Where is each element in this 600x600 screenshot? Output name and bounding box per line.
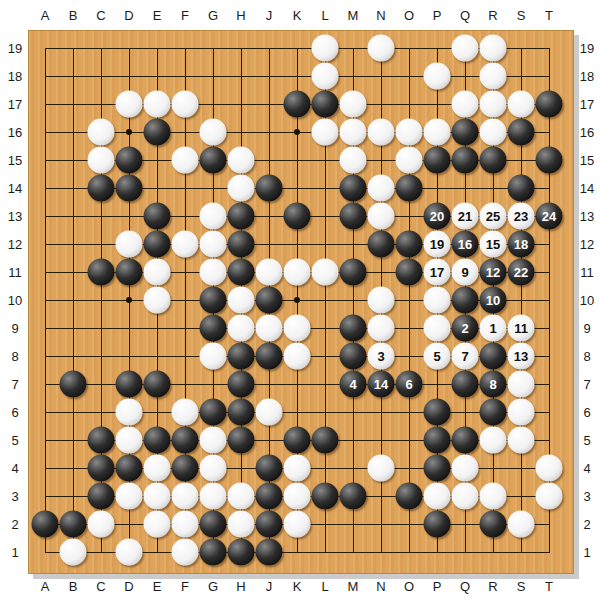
coord-label-top: E bbox=[153, 8, 162, 23]
stone-black-M11[interactable] bbox=[340, 259, 367, 286]
stone-white-N10[interactable] bbox=[368, 287, 395, 314]
coord-label-right: 19 bbox=[580, 41, 594, 56]
stone-white-R19[interactable] bbox=[480, 35, 507, 62]
stone-white-S5[interactable] bbox=[508, 427, 535, 454]
stone-white-G13[interactable] bbox=[200, 203, 227, 230]
move-number-label: 11 bbox=[514, 322, 528, 335]
stone-white-D6[interactable] bbox=[116, 399, 143, 426]
stone-black-R10[interactable]: 10 bbox=[480, 287, 507, 314]
coord-label-bottom: D bbox=[124, 579, 133, 594]
coord-label-left: 9 bbox=[11, 321, 18, 336]
stone-black-H12[interactable] bbox=[228, 231, 255, 258]
stone-black-A2[interactable] bbox=[32, 511, 59, 538]
coord-label-bottom: B bbox=[69, 579, 78, 594]
coord-label-bottom: P bbox=[433, 579, 442, 594]
stone-white-F17[interactable] bbox=[172, 91, 199, 118]
stone-white-Q4[interactable] bbox=[452, 455, 479, 482]
stone-black-Q15[interactable] bbox=[452, 147, 479, 174]
stone-white-Q8[interactable]: 7 bbox=[452, 343, 479, 370]
stone-white-P3[interactable] bbox=[424, 483, 451, 510]
coord-label-right: 6 bbox=[583, 405, 590, 420]
coord-label-left: 17 bbox=[8, 97, 22, 112]
go-app-window: 2021252324191615181791222102111357134146… bbox=[0, 0, 600, 600]
stone-black-M13[interactable] bbox=[340, 203, 367, 230]
stone-black-H5[interactable] bbox=[228, 427, 255, 454]
stone-black-R6[interactable] bbox=[480, 399, 507, 426]
stone-white-K2[interactable] bbox=[284, 511, 311, 538]
stone-black-J14[interactable] bbox=[256, 175, 283, 202]
stone-white-H14[interactable] bbox=[228, 175, 255, 202]
stone-white-S6[interactable] bbox=[508, 399, 535, 426]
coord-label-left: 16 bbox=[8, 125, 22, 140]
stone-white-K8[interactable] bbox=[284, 343, 311, 370]
stone-black-S14[interactable] bbox=[508, 175, 535, 202]
coord-label-right: 4 bbox=[583, 461, 590, 476]
stone-black-G9[interactable] bbox=[200, 315, 227, 342]
stone-black-M3[interactable] bbox=[340, 483, 367, 510]
stone-black-E5[interactable] bbox=[144, 427, 171, 454]
stone-white-E3[interactable] bbox=[144, 483, 171, 510]
coord-label-right: 1 bbox=[583, 545, 590, 560]
stone-black-Q10[interactable] bbox=[452, 287, 479, 314]
stone-white-H3[interactable] bbox=[228, 483, 255, 510]
stone-black-E16[interactable] bbox=[144, 119, 171, 146]
move-number-label: 12 bbox=[486, 266, 500, 279]
stone-white-D5[interactable] bbox=[116, 427, 143, 454]
stone-black-J3[interactable] bbox=[256, 483, 283, 510]
stone-white-K4[interactable] bbox=[284, 455, 311, 482]
stone-black-J8[interactable] bbox=[256, 343, 283, 370]
stone-black-R7[interactable]: 8 bbox=[480, 371, 507, 398]
stone-white-K3[interactable] bbox=[284, 483, 311, 510]
stone-white-Q17[interactable] bbox=[452, 91, 479, 118]
stone-white-N19[interactable] bbox=[368, 35, 395, 62]
stone-black-C5[interactable] bbox=[88, 427, 115, 454]
stone-white-Q3[interactable] bbox=[452, 483, 479, 510]
stone-black-P2[interactable] bbox=[424, 511, 451, 538]
coord-label-top: C bbox=[96, 8, 105, 23]
stone-white-D3[interactable] bbox=[116, 483, 143, 510]
stone-white-D17[interactable] bbox=[116, 91, 143, 118]
stone-black-F5[interactable] bbox=[172, 427, 199, 454]
stone-white-G3[interactable] bbox=[200, 483, 227, 510]
coord-label-top: D bbox=[124, 8, 133, 23]
stone-black-Q5[interactable] bbox=[452, 427, 479, 454]
move-number-label: 19 bbox=[430, 238, 444, 251]
coord-label-top: M bbox=[348, 8, 359, 23]
stone-white-Q13[interactable]: 21 bbox=[452, 203, 479, 230]
coord-label-right: 2 bbox=[583, 517, 590, 532]
grid-line-v bbox=[73, 48, 74, 553]
move-number-label: 2 bbox=[461, 322, 468, 335]
stone-white-R5[interactable] bbox=[480, 427, 507, 454]
stone-white-F2[interactable] bbox=[172, 511, 199, 538]
stone-black-O11[interactable] bbox=[396, 259, 423, 286]
stone-white-N8[interactable]: 3 bbox=[368, 343, 395, 370]
move-number-label: 20 bbox=[430, 210, 444, 223]
stone-white-N9[interactable] bbox=[368, 315, 395, 342]
coord-label-top: O bbox=[404, 8, 414, 23]
coord-label-bottom: F bbox=[181, 579, 189, 594]
coord-label-left: 4 bbox=[11, 461, 18, 476]
move-number-label: 22 bbox=[514, 266, 528, 279]
coord-label-right: 10 bbox=[580, 293, 594, 308]
stone-white-E10[interactable] bbox=[144, 287, 171, 314]
stone-black-T13[interactable]: 24 bbox=[536, 203, 563, 230]
coord-label-bottom: H bbox=[236, 579, 245, 594]
stone-white-F3[interactable] bbox=[172, 483, 199, 510]
stone-white-G11[interactable] bbox=[200, 259, 227, 286]
stone-white-P8[interactable]: 5 bbox=[424, 343, 451, 370]
coord-label-right: 5 bbox=[583, 433, 590, 448]
coord-label-left: 5 bbox=[11, 433, 18, 448]
move-number-label: 13 bbox=[514, 350, 528, 363]
stone-black-Q7[interactable] bbox=[452, 371, 479, 398]
stone-black-R11[interactable]: 12 bbox=[480, 259, 507, 286]
stone-white-Q11[interactable]: 9 bbox=[452, 259, 479, 286]
star-point bbox=[126, 129, 132, 135]
coord-label-right: 3 bbox=[583, 489, 590, 504]
coord-label-left: 10 bbox=[8, 293, 22, 308]
move-number-label: 10 bbox=[486, 294, 500, 307]
coord-label-right: 7 bbox=[583, 377, 590, 392]
stone-white-C15[interactable] bbox=[88, 147, 115, 174]
stone-white-S13[interactable]: 23 bbox=[508, 203, 535, 230]
stone-black-F4[interactable] bbox=[172, 455, 199, 482]
stone-black-L3[interactable] bbox=[312, 483, 339, 510]
stone-black-T15[interactable] bbox=[536, 147, 563, 174]
coord-label-top: N bbox=[376, 8, 385, 23]
stone-black-J1[interactable] bbox=[256, 539, 283, 566]
move-number-label: 21 bbox=[458, 210, 472, 223]
stone-white-O15[interactable] bbox=[396, 147, 423, 174]
stone-black-R8[interactable] bbox=[480, 343, 507, 370]
coord-label-top: K bbox=[293, 8, 302, 23]
stone-black-D15[interactable] bbox=[116, 147, 143, 174]
move-number-label: 7 bbox=[461, 350, 468, 363]
stone-black-N7[interactable]: 14 bbox=[368, 371, 395, 398]
stone-white-P9[interactable] bbox=[424, 315, 451, 342]
stone-black-Q9[interactable]: 2 bbox=[452, 315, 479, 342]
coord-label-right: 13 bbox=[580, 209, 594, 224]
stone-black-G15[interactable] bbox=[200, 147, 227, 174]
stone-white-L16[interactable] bbox=[312, 119, 339, 146]
stone-white-N16[interactable] bbox=[368, 119, 395, 146]
move-number-label: 6 bbox=[405, 378, 412, 391]
stone-black-P15[interactable] bbox=[424, 147, 451, 174]
coord-label-bottom: T bbox=[545, 579, 553, 594]
stone-black-M7[interactable]: 4 bbox=[340, 371, 367, 398]
coord-label-right: 12 bbox=[580, 237, 594, 252]
stone-white-F12[interactable] bbox=[172, 231, 199, 258]
stone-black-E7[interactable] bbox=[144, 371, 171, 398]
stone-white-R3[interactable] bbox=[480, 483, 507, 510]
stone-black-O14[interactable] bbox=[396, 175, 423, 202]
stone-white-E2[interactable] bbox=[144, 511, 171, 538]
stone-black-H7[interactable] bbox=[228, 371, 255, 398]
move-number-label: 23 bbox=[514, 210, 528, 223]
stone-white-G16[interactable] bbox=[200, 119, 227, 146]
stone-black-H13[interactable] bbox=[228, 203, 255, 230]
stone-black-J2[interactable] bbox=[256, 511, 283, 538]
stone-white-R16[interactable] bbox=[480, 119, 507, 146]
stone-white-J9[interactable] bbox=[256, 315, 283, 342]
coord-label-top: G bbox=[208, 8, 218, 23]
stone-white-S17[interactable] bbox=[508, 91, 535, 118]
coord-label-bottom: G bbox=[208, 579, 218, 594]
coord-label-top: J bbox=[266, 8, 273, 23]
move-number-label: 18 bbox=[514, 238, 528, 251]
stone-white-P16[interactable] bbox=[424, 119, 451, 146]
stone-black-Q16[interactable] bbox=[452, 119, 479, 146]
coord-label-bottom: A bbox=[41, 579, 50, 594]
move-number-label: 5 bbox=[433, 350, 440, 363]
stone-white-L18[interactable] bbox=[312, 63, 339, 90]
stone-black-C11[interactable] bbox=[88, 259, 115, 286]
stone-black-L5[interactable] bbox=[312, 427, 339, 454]
coord-label-left: 15 bbox=[8, 153, 22, 168]
stone-white-B1[interactable] bbox=[60, 539, 87, 566]
stone-white-G5[interactable] bbox=[200, 427, 227, 454]
stone-black-H1[interactable] bbox=[228, 539, 255, 566]
coord-label-bottom: C bbox=[96, 579, 105, 594]
stone-white-F6[interactable] bbox=[172, 399, 199, 426]
stone-black-D4[interactable] bbox=[116, 455, 143, 482]
stone-black-D7[interactable] bbox=[116, 371, 143, 398]
stone-black-Q12[interactable]: 16 bbox=[452, 231, 479, 258]
stone-white-K9[interactable] bbox=[284, 315, 311, 342]
stone-black-K5[interactable] bbox=[284, 427, 311, 454]
stone-black-P6[interactable] bbox=[424, 399, 451, 426]
stone-black-M8[interactable] bbox=[340, 343, 367, 370]
move-number-label: 9 bbox=[461, 266, 468, 279]
move-number-label: 16 bbox=[458, 238, 472, 251]
coord-label-bottom: O bbox=[404, 579, 414, 594]
move-number-label: 25 bbox=[486, 210, 500, 223]
stone-black-T17[interactable] bbox=[536, 91, 563, 118]
coord-label-bottom: S bbox=[517, 579, 526, 594]
coord-label-bottom: R bbox=[488, 579, 497, 594]
stone-black-C3[interactable] bbox=[88, 483, 115, 510]
stone-black-B2[interactable] bbox=[60, 511, 87, 538]
stone-black-C14[interactable] bbox=[88, 175, 115, 202]
stone-black-H8[interactable] bbox=[228, 343, 255, 370]
stone-white-Q19[interactable] bbox=[452, 35, 479, 62]
stone-black-K17[interactable] bbox=[284, 91, 311, 118]
stone-white-R9[interactable]: 1 bbox=[480, 315, 507, 342]
coord-label-left: 2 bbox=[11, 517, 18, 532]
stone-white-C16[interactable] bbox=[88, 119, 115, 146]
stone-white-S8[interactable]: 13 bbox=[508, 343, 535, 370]
stone-white-S7[interactable] bbox=[508, 371, 535, 398]
coord-label-top: F bbox=[181, 8, 189, 23]
coord-label-top: S bbox=[517, 8, 526, 23]
stone-black-O7[interactable]: 6 bbox=[396, 371, 423, 398]
move-number-label: 14 bbox=[374, 378, 388, 391]
coord-label-left: 14 bbox=[8, 181, 22, 196]
coord-label-bottom: K bbox=[293, 579, 302, 594]
stone-white-R18[interactable] bbox=[480, 63, 507, 90]
stone-white-E17[interactable] bbox=[144, 91, 171, 118]
grid-line-v bbox=[45, 48, 46, 553]
stone-white-G8[interactable] bbox=[200, 343, 227, 370]
stone-white-S9[interactable]: 11 bbox=[508, 315, 535, 342]
coord-label-right: 15 bbox=[580, 153, 594, 168]
coord-label-top: R bbox=[488, 8, 497, 23]
stone-white-E11[interactable] bbox=[144, 259, 171, 286]
coord-label-right: 17 bbox=[580, 97, 594, 112]
coord-label-left: 18 bbox=[8, 69, 22, 84]
coord-label-left: 12 bbox=[8, 237, 22, 252]
stone-white-H2[interactable] bbox=[228, 511, 255, 538]
stone-black-O3[interactable] bbox=[396, 483, 423, 510]
coord-label-left: 8 bbox=[11, 349, 18, 364]
coord-label-bottom: L bbox=[321, 579, 328, 594]
move-number-label: 8 bbox=[489, 378, 496, 391]
stone-black-J4[interactable] bbox=[256, 455, 283, 482]
stone-black-G10[interactable] bbox=[200, 287, 227, 314]
stone-black-E13[interactable] bbox=[144, 203, 171, 230]
move-number-label: 1 bbox=[489, 322, 496, 335]
move-number-label: 15 bbox=[486, 238, 500, 251]
stone-white-J6[interactable] bbox=[256, 399, 283, 426]
coord-label-right: 14 bbox=[580, 181, 594, 196]
coord-label-left: 11 bbox=[8, 265, 22, 280]
stone-black-L17[interactable] bbox=[312, 91, 339, 118]
stone-black-C4[interactable] bbox=[88, 455, 115, 482]
stone-black-H11[interactable] bbox=[228, 259, 255, 286]
stone-white-H10[interactable] bbox=[228, 287, 255, 314]
coord-label-top: A bbox=[41, 8, 50, 23]
stone-black-H6[interactable] bbox=[228, 399, 255, 426]
move-number-label: 17 bbox=[430, 266, 444, 279]
stone-white-C2[interactable] bbox=[88, 511, 115, 538]
stone-black-G2[interactable] bbox=[200, 511, 227, 538]
stone-white-S2[interactable] bbox=[508, 511, 535, 538]
coord-label-top: P bbox=[433, 8, 442, 23]
stone-white-M17[interactable] bbox=[340, 91, 367, 118]
stone-white-D12[interactable] bbox=[116, 231, 143, 258]
stone-black-R2[interactable] bbox=[480, 511, 507, 538]
stone-white-M15[interactable] bbox=[340, 147, 367, 174]
stone-white-F1[interactable] bbox=[172, 539, 199, 566]
stone-black-S16[interactable] bbox=[508, 119, 535, 146]
stone-white-N13[interactable] bbox=[368, 203, 395, 230]
stone-white-P18[interactable] bbox=[424, 63, 451, 90]
stone-white-P12[interactable]: 19 bbox=[424, 231, 451, 258]
coord-label-top: Q bbox=[460, 8, 470, 23]
stone-white-G12[interactable] bbox=[200, 231, 227, 258]
coord-label-bottom: Q bbox=[460, 579, 470, 594]
stone-black-B7[interactable] bbox=[60, 371, 87, 398]
coord-label-right: 9 bbox=[583, 321, 590, 336]
coord-label-left: 3 bbox=[11, 489, 18, 504]
stone-white-H9[interactable] bbox=[228, 315, 255, 342]
stone-black-G1[interactable] bbox=[200, 539, 227, 566]
stone-white-R17[interactable] bbox=[480, 91, 507, 118]
stone-white-T3[interactable] bbox=[536, 483, 563, 510]
stone-white-N14[interactable] bbox=[368, 175, 395, 202]
coord-label-bottom: E bbox=[153, 579, 162, 594]
stone-black-P4[interactable] bbox=[424, 455, 451, 482]
stone-black-P13[interactable]: 20 bbox=[424, 203, 451, 230]
coord-label-left: 6 bbox=[11, 405, 18, 420]
coord-label-left: 1 bbox=[11, 545, 18, 560]
star-point bbox=[294, 129, 300, 135]
stone-white-P11[interactable]: 17 bbox=[424, 259, 451, 286]
coord-label-top: H bbox=[236, 8, 245, 23]
coord-label-left: 13 bbox=[8, 209, 22, 224]
move-number-label: 24 bbox=[542, 210, 556, 223]
stone-white-R12[interactable]: 15 bbox=[480, 231, 507, 258]
stone-white-M16[interactable] bbox=[340, 119, 367, 146]
stone-white-F15[interactable] bbox=[172, 147, 199, 174]
stone-white-O16[interactable] bbox=[396, 119, 423, 146]
coord-label-top: L bbox=[321, 8, 328, 23]
star-point bbox=[294, 297, 300, 303]
stone-black-N12[interactable] bbox=[368, 231, 395, 258]
stone-black-G6[interactable] bbox=[200, 399, 227, 426]
stone-white-L19[interactable] bbox=[312, 35, 339, 62]
stone-white-R13[interactable]: 25 bbox=[480, 203, 507, 230]
stone-black-O12[interactable] bbox=[396, 231, 423, 258]
coord-label-left: 7 bbox=[11, 377, 18, 392]
stone-black-S12[interactable]: 18 bbox=[508, 231, 535, 258]
coord-label-bottom: M bbox=[348, 579, 359, 594]
coord-label-right: 11 bbox=[580, 265, 594, 280]
stone-white-N4[interactable] bbox=[368, 455, 395, 482]
stone-white-K11[interactable] bbox=[284, 259, 311, 286]
stone-black-D14[interactable] bbox=[116, 175, 143, 202]
stone-white-G4[interactable] bbox=[200, 455, 227, 482]
coord-label-top: B bbox=[69, 8, 78, 23]
stone-black-S11[interactable]: 22 bbox=[508, 259, 535, 286]
move-number-label: 3 bbox=[377, 350, 384, 363]
stone-white-P10[interactable] bbox=[424, 287, 451, 314]
stone-white-E4[interactable] bbox=[144, 455, 171, 482]
stone-black-D11[interactable] bbox=[116, 259, 143, 286]
star-point bbox=[126, 297, 132, 303]
stone-black-K13[interactable] bbox=[284, 203, 311, 230]
stone-white-D1[interactable] bbox=[116, 539, 143, 566]
stone-white-T4[interactable] bbox=[536, 455, 563, 482]
stone-black-M9[interactable] bbox=[340, 315, 367, 342]
coord-label-right: 18 bbox=[580, 69, 594, 84]
stone-white-J11[interactable] bbox=[256, 259, 283, 286]
coord-label-bottom: J bbox=[266, 579, 273, 594]
stone-white-L11[interactable] bbox=[312, 259, 339, 286]
stone-white-H15[interactable] bbox=[228, 147, 255, 174]
coord-label-right: 8 bbox=[583, 349, 590, 364]
stone-black-P5[interactable] bbox=[424, 427, 451, 454]
coord-label-left: 19 bbox=[8, 41, 22, 56]
stone-black-J10[interactable] bbox=[256, 287, 283, 314]
coord-label-right: 16 bbox=[580, 125, 594, 140]
coord-label-top: T bbox=[545, 8, 553, 23]
move-number-label: 4 bbox=[349, 378, 356, 391]
stone-black-E12[interactable] bbox=[144, 231, 171, 258]
grid-line-h bbox=[45, 76, 550, 77]
stone-black-M14[interactable] bbox=[340, 175, 367, 202]
stone-black-R15[interactable] bbox=[480, 147, 507, 174]
coord-label-bottom: N bbox=[376, 579, 385, 594]
